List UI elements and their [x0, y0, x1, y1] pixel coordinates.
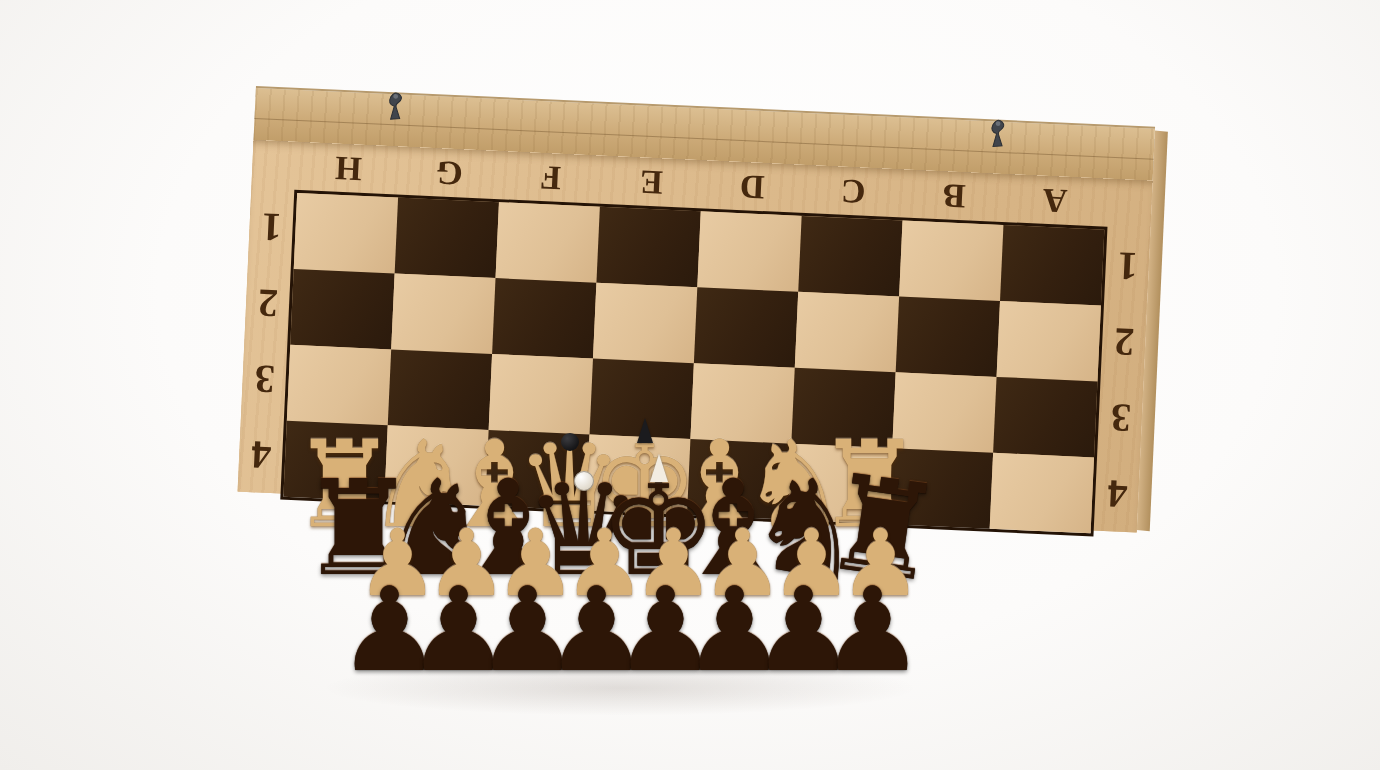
latch-clasp-icon: [983, 113, 1011, 148]
square-b2: [896, 296, 1000, 377]
rank-label-right-2: 2: [1101, 303, 1147, 381]
square-h1: [294, 193, 398, 274]
square-c1: [798, 216, 902, 297]
file-label-e: E: [600, 161, 703, 204]
file-label-a-text: A: [1042, 181, 1068, 220]
rank-label-left-3-text: 3: [253, 355, 275, 403]
rank-label-left-2-text: 2: [257, 279, 279, 327]
piece-row-dark-pawns: ♟♟♟♟♟♟♟♟: [355, 572, 907, 688]
file-label-h: H: [298, 147, 401, 190]
rank-label-left-3: 3: [241, 340, 287, 418]
light-queen-finial-black-ball: [561, 433, 579, 451]
square-a2: [997, 301, 1101, 382]
rank-label-right-4: 4: [1094, 455, 1140, 533]
rank-label-right-4-text: 4: [1106, 470, 1128, 518]
square-h3: [287, 345, 391, 426]
file-label-c-text: C: [840, 172, 866, 211]
square-d2: [694, 287, 798, 368]
file-label-h-text: H: [335, 149, 363, 188]
square-e1: [596, 207, 700, 288]
square-a3: [993, 377, 1097, 458]
square-g1: [395, 198, 499, 279]
file-label-a: A: [1004, 179, 1107, 222]
rank-label-left-4-text: 4: [250, 431, 272, 479]
dark-king-finial-white-cone: [650, 454, 668, 482]
square-e2: [593, 283, 697, 364]
file-label-g-text: G: [436, 153, 464, 192]
dark-queen-finial-white-ball: [574, 471, 594, 491]
rank-label-left-4: 4: [238, 416, 284, 494]
latch-clasp-icon: [381, 86, 409, 121]
file-label-g: G: [398, 152, 501, 195]
file-label-b-text: B: [942, 176, 966, 215]
dark-pawn-glyph: ♟: [821, 572, 925, 688]
square-a4: [990, 453, 1094, 534]
rank-label-left-1-text: 1: [260, 203, 282, 251]
dark-pawn: ♟: [838, 572, 907, 688]
rank-label-right-1-text: 1: [1116, 242, 1138, 290]
rank-label-left-1: 1: [248, 188, 294, 266]
square-h2: [290, 269, 394, 350]
square-b1: [899, 220, 1003, 301]
square-f2: [492, 278, 596, 359]
rank-label-left-2: 2: [244, 264, 290, 342]
rank-label-right-1: 1: [1104, 227, 1150, 305]
rank-label-right-3-text: 3: [1109, 394, 1131, 442]
rank-label-right-3: 3: [1097, 379, 1143, 457]
file-label-f: F: [499, 156, 602, 199]
file-label-f-text: F: [539, 158, 561, 197]
file-label-c: C: [802, 170, 905, 213]
file-label-d-text: D: [739, 167, 765, 206]
square-c2: [795, 292, 899, 373]
photo-scene: HGFEDCBA 1234 1234 ♜♞♝♛♚♝♞♜♜♞♝♛♚♝♞♜♟♟♟♟♟…: [0, 0, 1380, 770]
square-d1: [697, 211, 801, 292]
file-label-b: B: [903, 175, 1006, 218]
file-label-e-text: E: [639, 163, 663, 202]
square-a1: [1000, 225, 1104, 306]
square-f1: [496, 202, 600, 283]
square-g2: [391, 273, 495, 354]
file-label-d: D: [701, 165, 804, 208]
rank-label-right-2-text: 2: [1113, 318, 1135, 366]
light-king-finial-black-cone: [637, 418, 653, 443]
